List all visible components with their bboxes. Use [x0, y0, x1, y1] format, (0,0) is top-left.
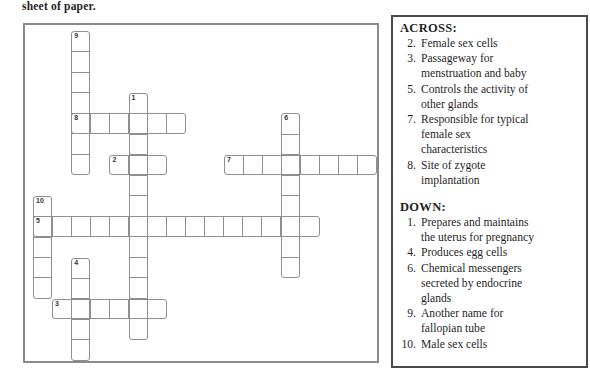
- clue-number-label: 8: [74, 114, 78, 122]
- crossword-cell[interactable]: [130, 319, 147, 339]
- crossword-cell[interactable]: 6: [282, 114, 299, 134]
- crossword-cell[interactable]: 10: [34, 197, 51, 217]
- crossword-cell[interactable]: [129, 300, 148, 319]
- crossword-cell[interactable]: [224, 217, 243, 236]
- clue-item: 1.Prepares and maintains the uterus for …: [400, 215, 582, 245]
- crossword-cell[interactable]: [243, 217, 262, 236]
- clue-item-text: Controls the activity of other glands: [421, 82, 582, 112]
- crossword-cell[interactable]: [72, 300, 91, 319]
- crossword-cell[interactable]: [130, 258, 147, 279]
- clue-item-number: 10.: [400, 337, 416, 352]
- clue-item-number: 1.: [400, 215, 416, 245]
- clue-number-label: 1: [132, 94, 136, 102]
- crossword-cell[interactable]: [186, 217, 205, 236]
- crossword-cell[interactable]: [130, 278, 147, 299]
- crossword-cell[interactable]: [91, 114, 110, 133]
- crossword-cell[interactable]: 2: [110, 156, 129, 175]
- word-9-down: 9: [71, 31, 90, 175]
- crossword-cell[interactable]: [72, 320, 89, 340]
- crossword-cell[interactable]: 3: [53, 300, 72, 319]
- crossword-cell[interactable]: [282, 176, 299, 196]
- clue-number-label: 5: [36, 217, 40, 225]
- clue-item-number: 8.: [400, 158, 416, 188]
- crossword-cell[interactable]: [148, 114, 167, 133]
- crossword-cell[interactable]: [281, 217, 300, 236]
- clue-panel: ACROSS: 2.Female sex cells3.Passageway f…: [391, 15, 588, 368]
- crossword-cell[interactable]: [72, 93, 89, 113]
- crossword-cell[interactable]: [72, 73, 89, 93]
- clue-item: 3.Passageway for menstruation and baby: [400, 51, 582, 81]
- crossword-cell[interactable]: [282, 196, 299, 216]
- crossword-cell[interactable]: [262, 217, 281, 236]
- word-10-down: 10: [33, 196, 52, 299]
- clue-number-label: 2: [112, 156, 116, 164]
- crossword-cell[interactable]: [130, 176, 147, 197]
- crossword-cell[interactable]: [148, 217, 167, 236]
- clue-item-number: 7.: [400, 112, 416, 158]
- crossword-cell[interactable]: 4: [72, 259, 89, 279]
- crossword-cell[interactable]: [167, 217, 186, 236]
- clue-item: 8.Site of zygote implantation: [400, 158, 582, 188]
- across-heading: ACROSS:: [400, 20, 582, 36]
- crossword-cell[interactable]: [282, 237, 299, 257]
- crossword-cell[interactable]: [339, 156, 358, 175]
- crossword-cell[interactable]: [301, 156, 320, 175]
- crossword-cell[interactable]: [110, 217, 129, 236]
- clue-item: 7.Responsible for typical female sex cha…: [400, 112, 582, 158]
- clue-number-label: 4: [74, 259, 78, 267]
- crossword-cell[interactable]: [91, 300, 110, 319]
- down-clue-list: 1.Prepares and maintains the uterus for …: [400, 215, 582, 352]
- clue-item-text: Site of zygote implantation: [421, 158, 582, 188]
- crossword-cell[interactable]: [167, 114, 185, 133]
- crossword-cell[interactable]: [91, 217, 110, 236]
- clue-number-label: 3: [55, 300, 59, 308]
- clue-item: 9.Another name for fallopian tube: [400, 306, 582, 336]
- crossword-cell[interactable]: [282, 135, 299, 155]
- crossword-cell[interactable]: [282, 258, 299, 277]
- word-3-across: 3: [52, 299, 167, 320]
- crossword-cell[interactable]: [148, 156, 166, 175]
- clue-number-label: 6: [284, 114, 288, 122]
- clue-number-label: 7: [227, 156, 231, 164]
- crossword-cell[interactable]: 1: [130, 94, 147, 115]
- crossword-cell[interactable]: [34, 238, 51, 258]
- word-6-down: 6: [281, 113, 300, 278]
- word-2-across: 2: [109, 155, 166, 176]
- crossword-cell[interactable]: [72, 279, 89, 299]
- clue-item-text: Chemical messengers secreted by endocrin…: [421, 261, 582, 307]
- clue-item-text: Female sex cells: [421, 36, 582, 51]
- word-7-across: 7: [224, 155, 377, 176]
- crossword-cell[interactable]: [129, 217, 148, 236]
- clue-item-text: Responsible for typical female sex chara…: [421, 112, 582, 158]
- crossword-cell[interactable]: 8: [72, 114, 91, 133]
- crossword-cell[interactable]: [72, 52, 89, 72]
- clue-item-text: Passageway for menstruation and baby: [421, 51, 582, 81]
- crossword-cell[interactable]: [34, 258, 51, 278]
- clue-item-number: 6.: [400, 261, 416, 307]
- crossword-cell[interactable]: [358, 156, 376, 175]
- clue-item: 10.Male sex cells: [400, 337, 582, 352]
- clue-item: 5.Controls the activity of other glands: [400, 82, 582, 112]
- crossword-cell[interactable]: [282, 156, 301, 175]
- crossword-cell[interactable]: [130, 237, 147, 258]
- instruction-text: sheet of paper.: [22, 0, 96, 12]
- crossword-cell[interactable]: [129, 156, 148, 175]
- crossword-cell[interactable]: [72, 134, 89, 154]
- clue-item-text: Produces egg cells: [421, 245, 582, 260]
- crossword-cell[interactable]: [148, 300, 166, 319]
- crossword-cell[interactable]: [205, 217, 224, 236]
- crossword-cell[interactable]: [130, 135, 147, 156]
- crossword-cell[interactable]: 7: [225, 156, 244, 175]
- across-clue-list: 2.Female sex cells3.Passageway for menst…: [400, 36, 582, 188]
- crossword-grid: 91862710543: [23, 23, 379, 363]
- clue-item: 2.Female sex cells: [400, 36, 582, 51]
- clue-item-number: 5.: [400, 82, 416, 112]
- clue-number-label: 9: [74, 32, 78, 40]
- clue-item-text: Male sex cells: [421, 337, 582, 352]
- clue-item-number: 9.: [400, 306, 416, 336]
- clue-item-number: 4.: [400, 245, 416, 260]
- crossword-cell[interactable]: 5: [34, 217, 53, 236]
- crossword-cell[interactable]: [130, 196, 147, 217]
- crossword-cell[interactable]: [300, 217, 318, 236]
- clue-item: 4.Produces egg cells: [400, 245, 582, 260]
- crossword-cell[interactable]: [72, 340, 89, 359]
- crossword-cell[interactable]: [129, 114, 148, 133]
- crossword-cell[interactable]: [110, 114, 129, 133]
- word-5-across: 5: [33, 216, 320, 237]
- clue-item-text: Another name for fallopian tube: [421, 306, 582, 336]
- crossword-cell[interactable]: [244, 156, 263, 175]
- crossword-cell[interactable]: [263, 156, 282, 175]
- crossword-cell[interactable]: [110, 300, 129, 319]
- down-heading: DOWN:: [400, 199, 582, 215]
- crossword-cell[interactable]: [34, 278, 51, 297]
- clue-item: 6.Chemical messengers secreted by endocr…: [400, 261, 582, 307]
- crossword-cell[interactable]: 9: [72, 32, 89, 52]
- clue-item-number: 2.: [400, 36, 416, 51]
- crossword-cell[interactable]: [53, 217, 72, 236]
- clue-item-text: Prepares and maintains the uterus for pr…: [421, 215, 582, 245]
- crossword-cell[interactable]: [72, 217, 91, 236]
- clue-item-number: 3.: [400, 51, 416, 81]
- crossword-cell[interactable]: [72, 155, 89, 174]
- clue-number-label: 10: [36, 197, 44, 205]
- word-8-across: 8: [71, 113, 186, 134]
- crossword-cell[interactable]: [320, 156, 339, 175]
